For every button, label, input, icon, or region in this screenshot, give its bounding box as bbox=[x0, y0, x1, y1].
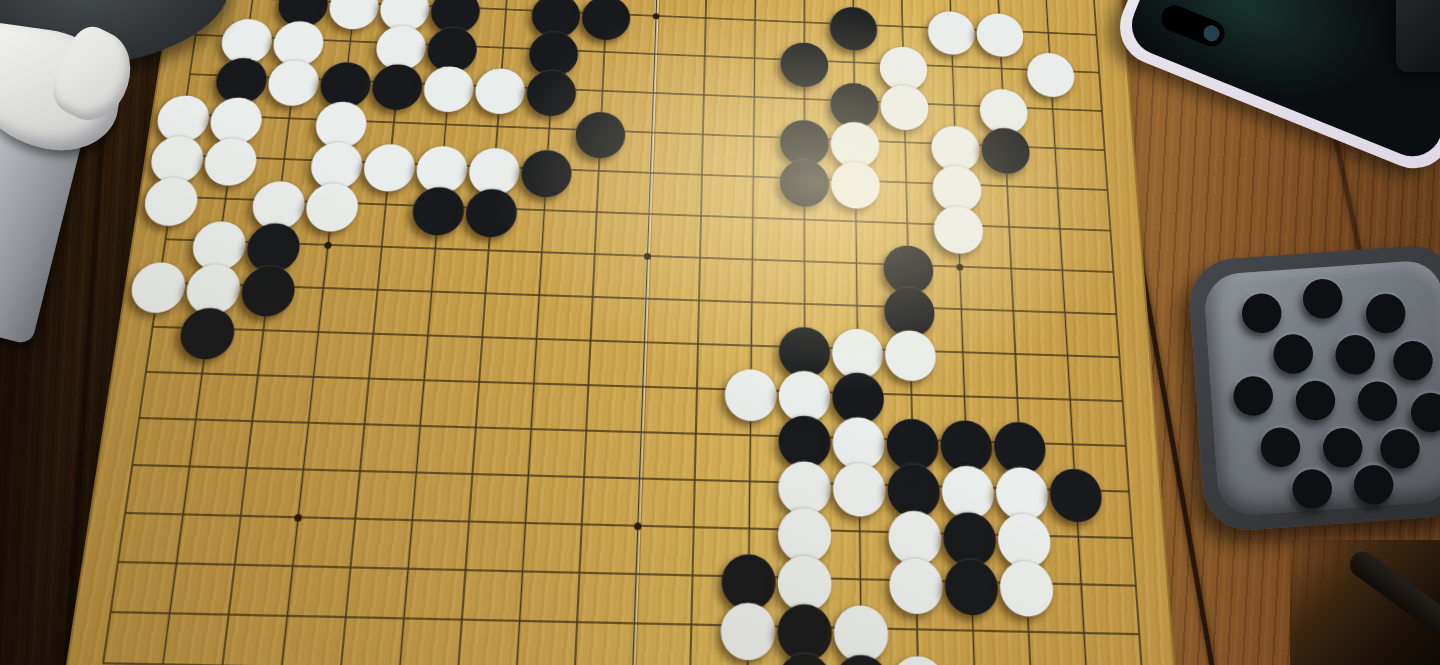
stone-white[interactable]: ● bbox=[128, 260, 189, 306]
stone-black[interactable]: ● bbox=[519, 148, 573, 191]
stone-black[interactable]: ● bbox=[574, 110, 627, 152]
stone-black[interactable]: ● bbox=[580, 0, 632, 34]
stone-black[interactable]: ● bbox=[1047, 466, 1103, 514]
stone-white[interactable]: ● bbox=[1025, 51, 1076, 91]
photo-scene: ●●●●●●●●●●●●●●●●●●●●●●●●●●●●●●●●●●●●●●●●… bbox=[0, 0, 1440, 665]
stone-white[interactable]: ● bbox=[832, 460, 887, 508]
tray-stone-black: ● bbox=[1298, 271, 1346, 318]
stone-white[interactable]: ● bbox=[998, 558, 1055, 607]
stone-black[interactable]: ● bbox=[239, 264, 299, 309]
dark-object-corner bbox=[1396, 0, 1440, 72]
stone-black[interactable]: ● bbox=[829, 5, 878, 45]
stone-white[interactable]: ● bbox=[202, 136, 261, 179]
stone-white[interactable]: ● bbox=[719, 600, 776, 651]
stone-black[interactable]: ● bbox=[177, 305, 238, 351]
tray-stone-black: ● bbox=[1288, 461, 1336, 508]
tray-stone-black: ● bbox=[1229, 368, 1277, 415]
stone-white[interactable]: ● bbox=[473, 66, 527, 107]
stone-black[interactable]: ● bbox=[779, 157, 830, 199]
stone-black[interactable]: ● bbox=[525, 68, 578, 109]
stone-white[interactable]: ● bbox=[304, 181, 362, 225]
stone-white[interactable]: ● bbox=[888, 556, 945, 606]
stone-white[interactable]: ● bbox=[422, 64, 477, 106]
go-board[interactable]: ●●●●●●●●●●●●●●●●●●●●●●●●●●●●●●●●●●●●●●●●… bbox=[62, 0, 1179, 665]
stone-white[interactable]: ● bbox=[932, 204, 984, 247]
stone-black[interactable]: ● bbox=[776, 651, 833, 665]
stone-white[interactable]: ● bbox=[830, 159, 881, 201]
stones-grid: ●●●●●●●●●●●●●●●●●●●●●●●●●●●●●●●●●●●●●●●●… bbox=[69, 0, 1172, 665]
stone-black[interactable]: ● bbox=[370, 62, 425, 104]
stone-black[interactable]: ● bbox=[464, 187, 520, 231]
stone-white[interactable]: ● bbox=[142, 175, 202, 219]
phone-camera-lens bbox=[1201, 23, 1222, 44]
stone-white[interactable]: ● bbox=[724, 367, 778, 413]
stone-white[interactable]: ● bbox=[926, 9, 976, 49]
tray-stone-black: ● bbox=[1349, 456, 1397, 503]
phone-camera-pill bbox=[1158, 1, 1229, 50]
stone-tray-inner: ●●●●●●●●●●●●●●● bbox=[1203, 259, 1440, 517]
stone-black[interactable]: ● bbox=[943, 557, 1000, 607]
stone-white[interactable]: ● bbox=[879, 83, 930, 124]
stone-tray: ●●●●●●●●●●●●●●● bbox=[1187, 243, 1440, 533]
stone-black[interactable]: ● bbox=[779, 40, 829, 80]
stone-white[interactable]: ● bbox=[890, 654, 948, 665]
stone-white[interactable]: ● bbox=[975, 11, 1025, 51]
stone-white[interactable]: ● bbox=[884, 328, 938, 373]
stone-white[interactable]: ● bbox=[327, 0, 382, 23]
stone-black[interactable]: ● bbox=[410, 185, 466, 229]
stone-white[interactable]: ● bbox=[361, 142, 418, 185]
stone-black[interactable]: ● bbox=[833, 652, 890, 665]
stone-white[interactable]: ● bbox=[266, 58, 323, 100]
stone-black[interactable]: ● bbox=[980, 126, 1032, 168]
